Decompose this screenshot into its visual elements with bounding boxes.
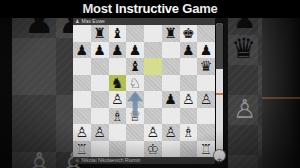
white-piece-h4: ♙ — [197, 91, 215, 108]
player-name-bottom: Nikolai Nikolaevich Riumin — [81, 158, 140, 163]
square-a5[interactable] — [73, 75, 91, 92]
square-c8[interactable]: ♝ — [109, 25, 127, 42]
square-b3[interactable] — [91, 108, 109, 125]
player-name-top: Max Euwe — [81, 19, 104, 24]
background-eval-tick — [262, 97, 300, 99]
background-board-right: ♟♛♙ — [228, 0, 262, 168]
square-e4[interactable] — [144, 91, 162, 108]
square-a2[interactable]: ♙ — [73, 124, 91, 141]
square-f4[interactable]: ♟ — [162, 91, 180, 108]
square-h5[interactable] — [197, 75, 215, 92]
square-e1[interactable]: ♔ — [144, 141, 162, 158]
square-h4[interactable]: ♙ — [197, 91, 215, 108]
square-e2[interactable]: ♙ — [144, 124, 162, 141]
square-b7[interactable]: ♟ — [91, 42, 109, 59]
square-h6[interactable]: ♛ — [197, 58, 215, 75]
square-f5[interactable] — [162, 75, 180, 92]
board-area: ♟ Max Euwe ♜♝♜♚♟♟♟♟♟♟♝♛♞♘♙♟♙♙♗♕♙♙♙♙♗♖♔♖ … — [73, 18, 215, 164]
white-piece-e2: ♙ — [144, 124, 162, 141]
square-g7[interactable]: ♟ — [180, 42, 198, 59]
square-e5[interactable] — [144, 75, 162, 92]
square-c1[interactable] — [109, 141, 127, 158]
square-g5[interactable] — [180, 75, 198, 92]
black-pawn-icon: ♟ — [75, 19, 79, 24]
white-piece-b2: ♙ — [91, 124, 109, 141]
white-piece-a2: ♙ — [73, 124, 91, 141]
square-d5[interactable]: ♘ — [126, 75, 144, 92]
video-title: Most Instructive Game — [0, 0, 300, 17]
square-g8[interactable]: ♚ — [180, 25, 198, 42]
eval-bar-black-portion — [216, 23, 223, 69]
black-piece-f4: ♟ — [162, 91, 180, 108]
white-king-icon: ♔ — [216, 157, 223, 166]
black-piece-c5: ♞ — [109, 75, 127, 92]
black-piece-b7: ♟ — [91, 42, 109, 59]
square-c4[interactable]: ♙ — [109, 91, 127, 108]
eval-bar — [216, 23, 223, 152]
square-f3[interactable] — [162, 108, 180, 125]
square-a7[interactable]: ♟ — [73, 42, 91, 59]
eval-bar-tick — [216, 93, 223, 95]
square-h7[interactable]: ♟ — [197, 42, 215, 59]
black-piece-b8: ♜ — [91, 25, 109, 42]
black-piece-f8: ♜ — [162, 25, 180, 42]
square-f6[interactable] — [162, 58, 180, 75]
white-king-avatar: ♔ — [214, 150, 225, 161]
white-piece-d3: ♕ — [126, 108, 144, 125]
square-b6[interactable] — [91, 58, 109, 75]
square-f2[interactable]: ♙ — [162, 124, 180, 141]
square-a8[interactable] — [73, 25, 91, 42]
black-piece-d6: ♝ — [126, 58, 144, 75]
white-pawn-icon: ♙ — [75, 158, 79, 163]
black-piece-c7: ♟ — [109, 42, 127, 59]
left-edge — [0, 0, 12, 168]
square-g3[interactable] — [180, 108, 198, 125]
white-piece-g4: ♙ — [180, 91, 198, 108]
white-pawn-decor-icon: ♙ — [24, 148, 54, 168]
square-d1[interactable] — [126, 141, 144, 158]
square-d3[interactable]: ♕ — [126, 108, 144, 125]
black-piece-d7: ♟ — [126, 42, 144, 59]
background-right-shadow — [262, 0, 300, 168]
square-c6[interactable] — [109, 58, 127, 75]
black-piece-a7: ♟ — [73, 42, 91, 59]
board[interactable]: ♜♝♜♚♟♟♟♟♟♟♝♛♞♘♙♟♙♙♗♕♙♙♙♙♗♖♔♖ — [73, 25, 215, 157]
black-piece-h7: ♟ — [197, 42, 215, 59]
white-piece-f2: ♙ — [162, 124, 180, 141]
white-piece-g2: ♗ — [180, 124, 198, 141]
square-h8[interactable] — [197, 25, 215, 42]
square-f1[interactable] — [162, 141, 180, 158]
square-e8[interactable] — [144, 25, 162, 42]
square-a4[interactable] — [73, 91, 91, 108]
square-b1[interactable] — [91, 141, 109, 158]
black-queen-decor-icon: ♛ — [231, 36, 256, 62]
black-piece-g8: ♚ — [180, 25, 198, 42]
square-g4[interactable]: ♙ — [180, 91, 198, 108]
square-c2[interactable] — [109, 124, 127, 141]
square-c5[interactable]: ♞ — [109, 75, 127, 92]
square-a6[interactable] — [73, 58, 91, 75]
square-e6[interactable] — [144, 58, 162, 75]
square-c7[interactable]: ♟ — [109, 42, 127, 59]
video-frame: ♟♟♙♙ ♟♛♙ Most Instructive Game ♟ Max Euw… — [0, 0, 300, 168]
square-d4[interactable] — [126, 91, 144, 108]
square-g2[interactable]: ♗ — [180, 124, 198, 141]
square-g1[interactable] — [180, 141, 198, 158]
white-piece-c4: ♙ — [109, 91, 127, 108]
white-piece-a1: ♖ — [73, 141, 91, 158]
square-f7[interactable] — [162, 42, 180, 59]
white-piece-h1: ♖ — [197, 141, 215, 158]
square-h1[interactable]: ♖ — [197, 141, 215, 158]
square-e7[interactable] — [144, 42, 162, 59]
square-a3[interactable] — [73, 108, 91, 125]
background-board-left: ♟♟♙♙ — [12, 0, 73, 168]
square-f8[interactable]: ♜ — [162, 25, 180, 42]
square-g6[interactable] — [180, 58, 198, 75]
black-piece-h6: ♛ — [197, 58, 215, 75]
square-b4[interactable] — [91, 91, 109, 108]
square-d8[interactable] — [126, 25, 144, 42]
square-d6[interactable]: ♝ — [126, 58, 144, 75]
black-piece-c8: ♝ — [109, 25, 127, 42]
square-b8[interactable]: ♜ — [91, 25, 109, 42]
player-bar-bottom: ♙ Nikolai Nikolaevich Riumin — [73, 157, 215, 164]
square-a1[interactable]: ♖ — [73, 141, 91, 158]
square-h2[interactable] — [197, 124, 215, 141]
square-c3[interactable]: ♗ — [109, 108, 127, 125]
square-h3[interactable] — [197, 108, 215, 125]
white-pawn-decor-icon: ♙ — [233, 96, 256, 122]
black-piece-g7: ♟ — [180, 42, 198, 59]
white-piece-d5: ♘ — [126, 75, 144, 92]
white-piece-c3: ♗ — [109, 108, 127, 125]
square-b5[interactable] — [91, 75, 109, 92]
square-d7[interactable]: ♟ — [126, 42, 144, 59]
square-d2[interactable] — [126, 124, 144, 141]
player-bar-top: ♟ Max Euwe — [73, 18, 215, 25]
square-e3[interactable] — [144, 108, 162, 125]
square-b2[interactable]: ♙ — [91, 124, 109, 141]
white-piece-e1: ♔ — [144, 141, 162, 158]
